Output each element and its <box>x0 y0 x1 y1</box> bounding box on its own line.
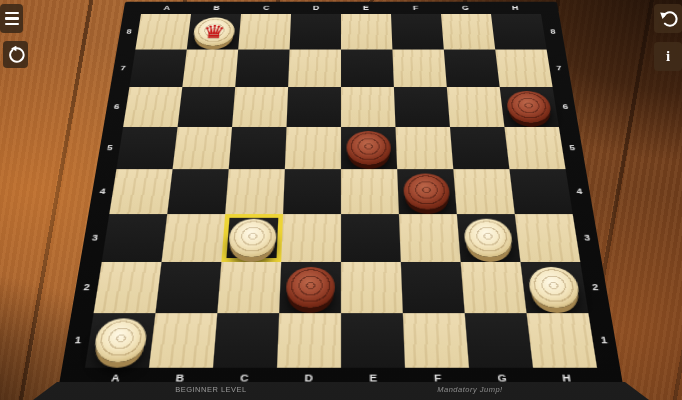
rotate-camera-button[interactable] <box>3 41 28 68</box>
square-e2[interactable] <box>341 262 403 313</box>
square-e7[interactable] <box>341 50 394 88</box>
rank-label-right-3: 3 <box>576 232 599 243</box>
square-g2[interactable] <box>461 262 527 313</box>
file-label-top-c: C <box>241 4 291 12</box>
app-screen: ♛ AABBCCDDEEFFGGHH8877665544332211 BEGIN… <box>0 0 682 400</box>
square-g5[interactable] <box>450 127 509 169</box>
square-e8[interactable] <box>341 14 392 50</box>
file-label-top-a: A <box>141 4 192 12</box>
info-button[interactable]: i <box>654 42 682 71</box>
square-c7[interactable] <box>235 50 289 88</box>
square-c2[interactable] <box>217 262 281 313</box>
piece-white-man[interactable] <box>527 267 581 308</box>
piece-white-king[interactable]: ♛ <box>192 17 235 45</box>
square-c4[interactable] <box>225 169 285 214</box>
square-a4[interactable] <box>109 169 172 214</box>
square-b3[interactable] <box>162 214 226 262</box>
square-b6[interactable] <box>178 87 236 127</box>
square-d8[interactable] <box>290 14 341 50</box>
square-h2[interactable] <box>520 262 588 313</box>
square-c3[interactable] <box>221 214 283 262</box>
square-b5[interactable] <box>173 127 232 169</box>
square-a2[interactable] <box>94 262 162 313</box>
square-h1[interactable] <box>527 313 598 368</box>
rank-label-left-2: 2 <box>75 281 99 293</box>
hamburger-icon <box>5 12 19 26</box>
rank-label-left-5: 5 <box>99 143 121 153</box>
square-a1[interactable] <box>85 313 156 368</box>
square-b7[interactable] <box>182 50 238 88</box>
rank-label-left-8: 8 <box>119 27 139 36</box>
rotate-icon <box>7 46 25 64</box>
square-f5[interactable] <box>395 127 453 169</box>
file-label-top-e: E <box>341 4 391 12</box>
piece-white-man[interactable] <box>228 219 277 257</box>
square-b4[interactable] <box>167 169 228 214</box>
rank-label-left-6: 6 <box>106 102 127 112</box>
square-c1[interactable] <box>213 313 279 368</box>
status-level: BEGINNER LEVEL <box>131 385 291 394</box>
square-e1[interactable] <box>341 313 405 368</box>
rank-label-left-4: 4 <box>91 186 113 197</box>
square-a6[interactable] <box>123 87 182 127</box>
square-d7[interactable] <box>288 50 341 88</box>
square-d3[interactable] <box>281 214 341 262</box>
square-e5[interactable] <box>341 127 397 169</box>
square-b8[interactable]: ♛ <box>187 14 241 50</box>
rank-label-right-7: 7 <box>549 64 569 73</box>
rank-label-left-3: 3 <box>83 232 106 243</box>
square-f1[interactable] <box>403 313 469 368</box>
piece-white-man[interactable] <box>463 219 514 257</box>
square-h4[interactable] <box>509 169 572 214</box>
square-d2[interactable] <box>279 262 341 313</box>
square-f4[interactable] <box>397 169 457 214</box>
menu-button[interactable] <box>0 4 23 33</box>
board-scene: ♛ AABBCCDDEEFFGGHH8877665544332211 <box>0 0 682 400</box>
square-c8[interactable] <box>238 14 291 50</box>
square-c6[interactable] <box>232 87 288 127</box>
square-g7[interactable] <box>444 50 500 88</box>
board-grid: ♛ <box>85 14 597 368</box>
file-label-top-f: F <box>391 4 441 12</box>
king-crown-icon: ♛ <box>192 17 235 45</box>
square-g8[interactable] <box>441 14 495 50</box>
square-g4[interactable] <box>453 169 514 214</box>
file-label-top-b: B <box>191 4 242 12</box>
checkers-board: ♛ AABBCCDDEEFFGGHH8877665544332211 <box>58 2 623 389</box>
square-a5[interactable] <box>116 127 177 169</box>
file-label-top-h: H <box>490 4 541 12</box>
square-d5[interactable] <box>285 127 341 169</box>
square-d4[interactable] <box>283 169 341 214</box>
square-c5[interactable] <box>229 127 287 169</box>
square-f6[interactable] <box>394 87 450 127</box>
square-a8[interactable] <box>135 14 191 50</box>
square-g3[interactable] <box>457 214 521 262</box>
square-e6[interactable] <box>341 87 395 127</box>
square-b2[interactable] <box>155 262 221 313</box>
square-d6[interactable] <box>287 87 341 127</box>
status-message: Mandatory Jump! <box>390 385 550 394</box>
square-f8[interactable] <box>391 14 444 50</box>
rank-label-right-4: 4 <box>568 186 590 197</box>
square-f3[interactable] <box>399 214 461 262</box>
square-g1[interactable] <box>465 313 533 368</box>
square-g6[interactable] <box>447 87 505 127</box>
square-a3[interactable] <box>102 214 168 262</box>
rank-label-right-6: 6 <box>555 102 576 112</box>
square-h7[interactable] <box>495 50 552 88</box>
square-h5[interactable] <box>504 127 565 169</box>
square-e4[interactable] <box>341 169 399 214</box>
square-e3[interactable] <box>341 214 401 262</box>
info-icon: i <box>666 48 670 65</box>
rank-label-right-2: 2 <box>583 281 607 293</box>
square-b1[interactable] <box>149 313 217 368</box>
rank-label-left-7: 7 <box>113 64 133 73</box>
rank-label-right-5: 5 <box>561 143 583 153</box>
file-label-top-g: G <box>440 4 491 12</box>
undo-arrow-icon <box>659 9 678 28</box>
piece-red-man[interactable] <box>286 267 335 308</box>
square-h8[interactable] <box>491 14 547 50</box>
file-label-top-d: D <box>291 4 341 12</box>
piece-red-man[interactable] <box>403 174 451 210</box>
piece-white-man[interactable] <box>92 318 148 362</box>
undo-button[interactable] <box>654 4 682 33</box>
square-h3[interactable] <box>515 214 581 262</box>
square-d1[interactable] <box>277 313 341 368</box>
square-f2[interactable] <box>401 262 465 313</box>
square-h6[interactable] <box>500 87 559 127</box>
square-a7[interactable] <box>129 50 186 88</box>
square-f7[interactable] <box>392 50 446 88</box>
piece-red-man[interactable] <box>346 131 391 165</box>
rank-label-right-1: 1 <box>592 333 617 346</box>
rank-label-right-8: 8 <box>543 27 563 36</box>
piece-red-man[interactable] <box>505 91 552 123</box>
rank-label-left-1: 1 <box>66 333 91 346</box>
